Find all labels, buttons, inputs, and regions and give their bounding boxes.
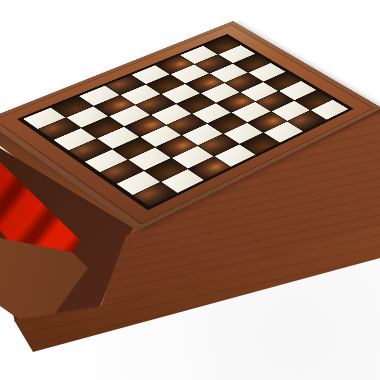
chess-box-photo <box>0 0 380 380</box>
